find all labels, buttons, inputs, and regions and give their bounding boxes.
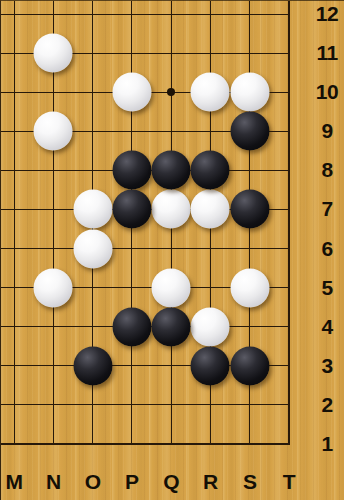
stone-white-O6 — [73, 229, 112, 268]
stone-white-S10 — [230, 73, 269, 112]
row-label-3: 3 — [321, 354, 332, 378]
row-label-8: 8 — [321, 158, 332, 182]
stone-white-P10 — [112, 73, 151, 112]
stone-black-Q4 — [152, 307, 191, 346]
row-label-5: 5 — [321, 276, 332, 300]
stone-black-P4 — [112, 307, 151, 346]
row-label-10: 10 — [316, 80, 338, 104]
stone-white-Q7 — [152, 190, 191, 229]
row-label-4: 4 — [321, 315, 332, 339]
row-label-11: 11 — [316, 41, 337, 65]
col-label-Q: Q — [163, 470, 179, 494]
stone-white-Q5 — [152, 268, 191, 307]
grid-line-col-T — [288, 1, 290, 445]
col-label-M: M — [6, 470, 23, 494]
stone-white-S5 — [230, 268, 269, 307]
go-board[interactable]: 121110987654321MNOPQRST — [1, 1, 344, 500]
row-label-12: 12 — [316, 2, 338, 26]
stone-black-S3 — [230, 346, 269, 385]
go-board-screenshot: 121110987654321MNOPQRST — [0, 0, 344, 500]
row-label-1: 1 — [321, 432, 332, 456]
grid-line-row-2 — [1, 404, 290, 405]
stone-white-R10 — [191, 73, 230, 112]
stone-black-R8 — [191, 151, 230, 190]
stone-white-N5 — [34, 268, 73, 307]
stone-black-O3 — [73, 346, 112, 385]
stone-white-O7 — [73, 190, 112, 229]
stone-white-N11 — [34, 34, 73, 73]
col-label-R: R — [203, 470, 218, 494]
col-label-T: T — [283, 470, 295, 494]
stone-white-R7 — [191, 190, 230, 229]
grid-line-row-12 — [1, 14, 290, 15]
grid-line-row-6 — [1, 248, 290, 249]
grid-line-col-M — [14, 1, 15, 445]
grid-line-row-1 — [1, 443, 290, 445]
stone-white-N9 — [34, 112, 73, 151]
stone-black-P7 — [112, 190, 151, 229]
col-label-O: O — [85, 470, 101, 494]
stone-white-R4 — [191, 307, 230, 346]
stone-black-P8 — [112, 151, 151, 190]
stone-black-Q8 — [152, 151, 191, 190]
row-label-2: 2 — [321, 393, 332, 417]
row-label-6: 6 — [321, 237, 332, 261]
col-label-S: S — [243, 470, 257, 494]
star-point-Q10 — [167, 88, 175, 96]
stone-black-S9 — [230, 112, 269, 151]
col-label-P: P — [125, 470, 139, 494]
row-label-9: 9 — [321, 119, 332, 143]
row-label-7: 7 — [321, 197, 332, 221]
stone-black-S7 — [230, 190, 269, 229]
stone-black-R3 — [191, 346, 230, 385]
col-label-N: N — [46, 470, 61, 494]
